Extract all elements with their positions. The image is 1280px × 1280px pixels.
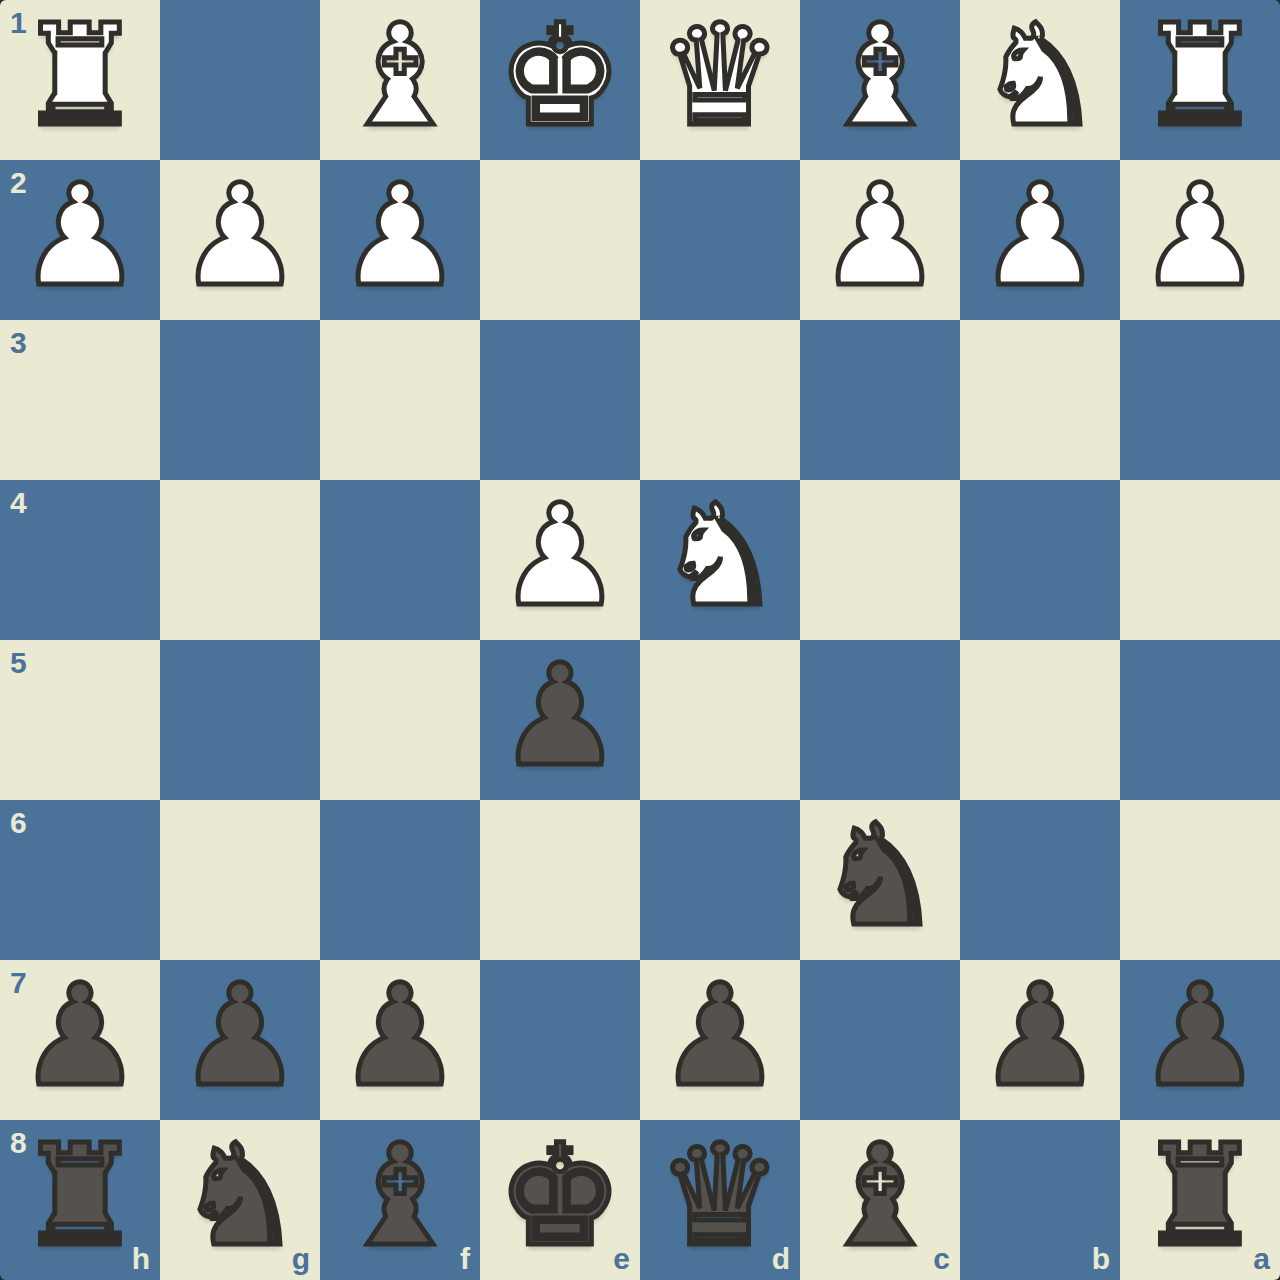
square-h3[interactable]: 3 [0, 320, 160, 480]
square-e4[interactable]: ♟ [480, 480, 640, 640]
square-e1[interactable]: ♚ [480, 0, 640, 160]
piece-black-rook-a8[interactable]: ♜ [1137, 1116, 1263, 1276]
piece-black-pawn-b7[interactable]: ♟ [977, 956, 1103, 1116]
piece-white-pawn-e4[interactable]: ♟ [497, 476, 623, 636]
piece-white-pawn-h2[interactable]: ♟ [17, 156, 143, 316]
piece-black-queen-d8[interactable]: ♛ [657, 1116, 783, 1276]
square-e3[interactable] [480, 320, 640, 480]
square-h1[interactable]: 1♜ [0, 0, 160, 160]
rank-label-5: 5 [10, 648, 27, 678]
square-a3[interactable] [1120, 320, 1280, 480]
square-h8[interactable]: 8h♜ [0, 1120, 160, 1280]
square-a5[interactable] [1120, 640, 1280, 800]
piece-white-king-e1[interactable]: ♚ [497, 0, 623, 156]
square-g5[interactable] [160, 640, 320, 800]
piece-black-pawn-h7[interactable]: ♟ [17, 956, 143, 1116]
square-d6[interactable] [640, 800, 800, 960]
piece-white-pawn-f2[interactable]: ♟ [337, 156, 463, 316]
square-a2[interactable]: ♟ [1120, 160, 1280, 320]
square-d5[interactable] [640, 640, 800, 800]
piece-white-rook-a1[interactable]: ♜ [1137, 0, 1263, 156]
square-d4[interactable]: ♞ [640, 480, 800, 640]
square-c4[interactable] [800, 480, 960, 640]
piece-black-bishop-c8[interactable]: ♝ [817, 1116, 943, 1276]
square-a7[interactable]: ♟ [1120, 960, 1280, 1120]
square-b2[interactable]: ♟ [960, 160, 1120, 320]
piece-black-pawn-e5[interactable]: ♟ [497, 636, 623, 796]
piece-white-knight-b1[interactable]: ♞ [977, 0, 1103, 156]
rank-label-4: 4 [10, 488, 27, 518]
square-d3[interactable] [640, 320, 800, 480]
square-b1[interactable]: ♞ [960, 0, 1120, 160]
piece-white-pawn-b2[interactable]: ♟ [977, 156, 1103, 316]
piece-white-pawn-c2[interactable]: ♟ [817, 156, 943, 316]
square-g4[interactable] [160, 480, 320, 640]
piece-white-queen-d1[interactable]: ♛ [657, 0, 783, 156]
piece-white-knight-d4[interactable]: ♞ [657, 476, 783, 636]
square-b7[interactable]: ♟ [960, 960, 1120, 1120]
square-b5[interactable] [960, 640, 1120, 800]
square-f4[interactable] [320, 480, 480, 640]
square-c7[interactable] [800, 960, 960, 1120]
square-d8[interactable]: d♛ [640, 1120, 800, 1280]
square-c3[interactable] [800, 320, 960, 480]
piece-black-knight-g8[interactable]: ♞ [177, 1116, 303, 1276]
piece-white-bishop-f1[interactable]: ♝ [337, 0, 463, 156]
square-a1[interactable]: ♜ [1120, 0, 1280, 160]
square-f5[interactable] [320, 640, 480, 800]
square-h7[interactable]: 7♟ [0, 960, 160, 1120]
square-h2[interactable]: 2♟ [0, 160, 160, 320]
square-a8[interactable]: a♜ [1120, 1120, 1280, 1280]
square-g1[interactable] [160, 0, 320, 160]
square-e6[interactable] [480, 800, 640, 960]
square-g2[interactable]: ♟ [160, 160, 320, 320]
piece-black-pawn-g7[interactable]: ♟ [177, 956, 303, 1116]
square-f8[interactable]: f♝ [320, 1120, 480, 1280]
square-g8[interactable]: g♞ [160, 1120, 320, 1280]
square-g6[interactable] [160, 800, 320, 960]
square-c1[interactable]: ♝ [800, 0, 960, 160]
square-g7[interactable]: ♟ [160, 960, 320, 1120]
piece-black-pawn-a7[interactable]: ♟ [1137, 956, 1263, 1116]
square-b3[interactable] [960, 320, 1120, 480]
piece-black-bishop-f8[interactable]: ♝ [337, 1116, 463, 1276]
square-c2[interactable]: ♟ [800, 160, 960, 320]
piece-black-knight-c6[interactable]: ♞ [817, 796, 943, 956]
square-h5[interactable]: 5 [0, 640, 160, 800]
square-f3[interactable] [320, 320, 480, 480]
square-h6[interactable]: 6 [0, 800, 160, 960]
square-b8[interactable]: b [960, 1120, 1120, 1280]
piece-white-pawn-a2[interactable]: ♟ [1137, 156, 1263, 316]
square-f2[interactable]: ♟ [320, 160, 480, 320]
square-a6[interactable] [1120, 800, 1280, 960]
square-e7[interactable] [480, 960, 640, 1120]
piece-black-king-e8[interactable]: ♚ [497, 1116, 623, 1276]
piece-black-rook-h8[interactable]: ♜ [17, 1116, 143, 1276]
square-d2[interactable] [640, 160, 800, 320]
square-g3[interactable] [160, 320, 320, 480]
square-d7[interactable]: ♟ [640, 960, 800, 1120]
piece-white-pawn-g2[interactable]: ♟ [177, 156, 303, 316]
piece-white-rook-h1[interactable]: ♜ [17, 0, 143, 156]
square-c6[interactable]: ♞ [800, 800, 960, 960]
file-label-b: b [1092, 1244, 1110, 1274]
rank-label-6: 6 [10, 808, 27, 838]
square-e5[interactable]: ♟ [480, 640, 640, 800]
piece-black-pawn-f7[interactable]: ♟ [337, 956, 463, 1116]
chess-board: 1♜♝♚♛♝♞♜2♟♟♟♟♟♟34♟♞5♟6♞7♟♟♟♟♟♟8h♜g♞f♝e♚d… [0, 0, 1280, 1280]
square-f1[interactable]: ♝ [320, 0, 480, 160]
square-b6[interactable] [960, 800, 1120, 960]
square-c8[interactable]: c♝ [800, 1120, 960, 1280]
rank-label-3: 3 [10, 328, 27, 358]
square-a4[interactable] [1120, 480, 1280, 640]
square-b4[interactable] [960, 480, 1120, 640]
square-e8[interactable]: e♚ [480, 1120, 640, 1280]
square-e2[interactable] [480, 160, 640, 320]
piece-black-pawn-d7[interactable]: ♟ [657, 956, 783, 1116]
square-h4[interactable]: 4 [0, 480, 160, 640]
square-f6[interactable] [320, 800, 480, 960]
square-d1[interactable]: ♛ [640, 0, 800, 160]
square-f7[interactable]: ♟ [320, 960, 480, 1120]
piece-white-bishop-c1[interactable]: ♝ [817, 0, 943, 156]
square-c5[interactable] [800, 640, 960, 800]
